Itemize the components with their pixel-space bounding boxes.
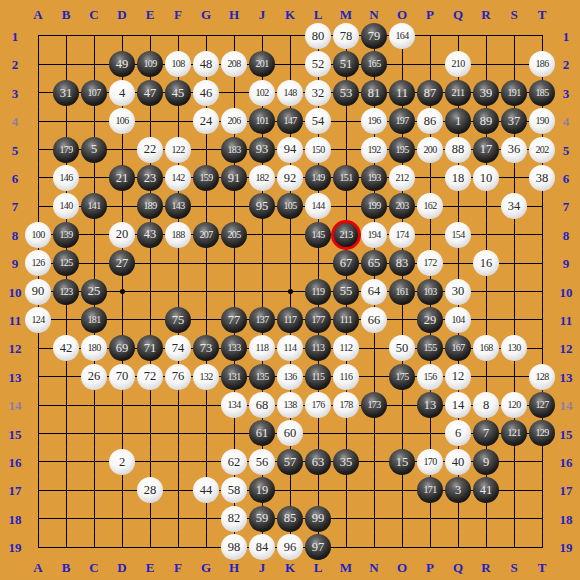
board-point[interactable]: 5 — [80, 135, 108, 163]
board-point[interactable] — [80, 476, 108, 504]
board-point[interactable]: 103 — [416, 277, 444, 305]
board-point[interactable]: 3 — [444, 476, 472, 504]
board-point[interactable] — [332, 192, 360, 220]
board-point[interactable] — [164, 448, 192, 476]
board-point[interactable]: 131 — [220, 362, 248, 390]
board-point[interactable] — [500, 221, 528, 249]
board-point[interactable]: 182 — [248, 164, 276, 192]
board-point[interactable]: 74 — [164, 334, 192, 362]
board-point[interactable] — [472, 533, 500, 561]
board-point[interactable]: 43 — [136, 221, 164, 249]
board-point[interactable]: 98 — [220, 533, 248, 561]
board-point[interactable]: 12 — [444, 362, 472, 390]
board-point[interactable] — [416, 50, 444, 78]
board-point[interactable] — [220, 79, 248, 107]
board-point[interactable] — [360, 504, 388, 532]
board-point[interactable]: 75 — [164, 306, 192, 334]
board-point[interactable] — [388, 306, 416, 334]
board-point[interactable]: 96 — [276, 533, 304, 561]
board-point[interactable]: 45 — [164, 79, 192, 107]
board-point[interactable]: 132 — [192, 362, 220, 390]
board-point[interactable]: 36 — [500, 135, 528, 163]
board-point[interactable]: 90 — [24, 277, 52, 305]
board-point[interactable] — [24, 22, 52, 50]
board-point[interactable]: 85 — [276, 504, 304, 532]
board-point[interactable]: 56 — [248, 448, 276, 476]
board-point[interactable]: 52 — [304, 50, 332, 78]
board-point[interactable] — [444, 22, 472, 50]
board-point[interactable]: 173 — [360, 391, 388, 419]
board-point[interactable]: 55 — [332, 277, 360, 305]
board-point[interactable]: 186 — [528, 50, 556, 78]
board-point[interactable] — [416, 221, 444, 249]
board-point[interactable] — [528, 192, 556, 220]
board-point[interactable] — [360, 362, 388, 390]
board-point[interactable] — [192, 533, 220, 561]
board-point[interactable]: 7 — [472, 419, 500, 447]
board-point[interactable] — [136, 419, 164, 447]
board-point[interactable] — [388, 504, 416, 532]
board-point[interactable]: 101 — [248, 107, 276, 135]
board-point[interactable] — [360, 334, 388, 362]
board-point[interactable] — [136, 448, 164, 476]
board-point[interactable] — [276, 249, 304, 277]
board-point[interactable]: 208 — [220, 50, 248, 78]
board-point[interactable]: 16 — [472, 249, 500, 277]
board-point[interactable]: 57 — [276, 448, 304, 476]
board-point[interactable] — [220, 419, 248, 447]
board-point[interactable] — [136, 504, 164, 532]
board-point[interactable] — [136, 107, 164, 135]
board-point[interactable] — [332, 504, 360, 532]
board-point[interactable]: 177 — [304, 306, 332, 334]
board-point[interactable]: 34 — [500, 192, 528, 220]
board-point[interactable] — [528, 533, 556, 561]
board-point[interactable] — [248, 221, 276, 249]
board-point[interactable]: 200 — [416, 135, 444, 163]
board-point[interactable]: 195 — [388, 135, 416, 163]
board-point[interactable]: 174 — [388, 221, 416, 249]
board-point[interactable]: 116 — [332, 362, 360, 390]
board-point[interactable]: 112 — [332, 334, 360, 362]
board-point[interactable]: 78 — [332, 22, 360, 50]
board-point[interactable]: 88 — [444, 135, 472, 163]
board-point[interactable]: 8 — [472, 391, 500, 419]
board-point[interactable] — [164, 22, 192, 50]
board-point[interactable]: 125 — [52, 249, 80, 277]
board-point[interactable] — [332, 419, 360, 447]
board-point[interactable]: 202 — [528, 135, 556, 163]
board-point[interactable]: 171 — [416, 476, 444, 504]
board-point[interactable]: 205 — [220, 221, 248, 249]
board-point[interactable] — [52, 50, 80, 78]
board-point[interactable]: 193 — [360, 164, 388, 192]
board-point[interactable]: 86 — [416, 107, 444, 135]
board-point[interactable] — [108, 504, 136, 532]
board-point[interactable] — [388, 419, 416, 447]
board-point[interactable]: 203 — [388, 192, 416, 220]
board-point[interactable]: 44 — [192, 476, 220, 504]
board-point[interactable] — [108, 306, 136, 334]
board-point[interactable] — [192, 419, 220, 447]
board-point[interactable] — [52, 391, 80, 419]
board-point[interactable] — [164, 391, 192, 419]
board-point[interactable] — [360, 476, 388, 504]
board-point[interactable] — [220, 192, 248, 220]
board-point[interactable] — [24, 50, 52, 78]
board-point[interactable]: 170 — [416, 448, 444, 476]
board-point[interactable]: 135 — [248, 362, 276, 390]
board-point[interactable]: 137 — [248, 306, 276, 334]
board-point[interactable]: 10 — [472, 164, 500, 192]
board-point[interactable] — [528, 448, 556, 476]
board-point[interactable]: 13 — [416, 391, 444, 419]
board-point[interactable]: 140 — [52, 192, 80, 220]
board-point[interactable] — [500, 362, 528, 390]
board-point[interactable] — [500, 448, 528, 476]
board-point[interactable] — [360, 419, 388, 447]
board-point[interactable] — [472, 22, 500, 50]
board-point[interactable]: 24 — [192, 107, 220, 135]
board-point[interactable]: 65 — [360, 249, 388, 277]
board-point[interactable]: 20 — [108, 221, 136, 249]
board-point[interactable]: 31 — [52, 79, 80, 107]
board-point[interactable]: 46 — [192, 79, 220, 107]
board-point[interactable]: 41 — [472, 476, 500, 504]
board-point[interactable]: 201 — [248, 50, 276, 78]
board-point[interactable]: 126 — [24, 249, 52, 277]
board-point[interactable] — [192, 306, 220, 334]
board-point[interactable]: 17 — [472, 135, 500, 163]
board-point[interactable]: 67 — [332, 249, 360, 277]
board-point[interactable] — [220, 22, 248, 50]
board-point[interactable]: 28 — [136, 476, 164, 504]
board-point[interactable] — [164, 504, 192, 532]
board-point[interactable] — [164, 249, 192, 277]
board-point[interactable]: 159 — [192, 164, 220, 192]
board-point[interactable] — [332, 135, 360, 163]
board-point[interactable]: 72 — [136, 362, 164, 390]
board-point[interactable]: 11 — [388, 79, 416, 107]
board-point[interactable]: 183 — [220, 135, 248, 163]
board-point[interactable] — [108, 22, 136, 50]
board-point[interactable] — [52, 362, 80, 390]
board-point[interactable] — [24, 334, 52, 362]
board-point[interactable]: 63 — [304, 448, 332, 476]
board-point[interactable] — [276, 277, 304, 305]
board-point[interactable]: 9 — [472, 448, 500, 476]
board-point[interactable]: 99 — [304, 504, 332, 532]
board-point[interactable]: 162 — [416, 192, 444, 220]
board-point[interactable]: 192 — [360, 135, 388, 163]
board-point[interactable] — [136, 249, 164, 277]
board-point[interactable] — [472, 192, 500, 220]
board-point[interactable]: 212 — [388, 164, 416, 192]
board-point[interactable]: 81 — [360, 79, 388, 107]
board-point[interactable] — [500, 249, 528, 277]
board-point[interactable] — [164, 277, 192, 305]
board-point[interactable] — [416, 419, 444, 447]
board-point[interactable] — [80, 50, 108, 78]
board-point[interactable] — [24, 107, 52, 135]
board-point[interactable]: 149 — [304, 164, 332, 192]
board-point[interactable] — [164, 533, 192, 561]
board-point[interactable]: 172 — [416, 249, 444, 277]
board-point[interactable]: 136 — [276, 362, 304, 390]
board-point[interactable] — [528, 334, 556, 362]
board-point[interactable]: 102 — [248, 79, 276, 107]
board-point[interactable]: 25 — [80, 277, 108, 305]
board-point[interactable]: 117 — [276, 306, 304, 334]
board-point[interactable] — [192, 504, 220, 532]
board-point[interactable] — [304, 419, 332, 447]
board-point[interactable] — [500, 476, 528, 504]
board-point[interactable]: 87 — [416, 79, 444, 107]
board-point[interactable] — [500, 277, 528, 305]
board-point[interactable]: 18 — [444, 164, 472, 192]
board-point[interactable]: 121 — [500, 419, 528, 447]
board-point[interactable]: 196 — [360, 107, 388, 135]
board-point[interactable]: 76 — [164, 362, 192, 390]
board-point[interactable] — [276, 50, 304, 78]
board-point[interactable] — [248, 277, 276, 305]
board-point[interactable]: 185 — [528, 79, 556, 107]
board-point[interactable]: 89 — [472, 107, 500, 135]
board-point[interactable]: 176 — [304, 391, 332, 419]
board-point[interactable] — [332, 533, 360, 561]
board-point[interactable]: 175 — [388, 362, 416, 390]
board-point[interactable]: 77 — [220, 306, 248, 334]
board-point[interactable] — [24, 391, 52, 419]
board-point[interactable]: 213 — [332, 221, 360, 249]
board-point[interactable]: 207 — [192, 221, 220, 249]
board-point[interactable] — [416, 504, 444, 532]
board-point[interactable] — [416, 22, 444, 50]
board-point[interactable] — [388, 533, 416, 561]
board-point[interactable]: 130 — [500, 334, 528, 362]
board-point[interactable] — [500, 50, 528, 78]
board-point[interactable]: 54 — [304, 107, 332, 135]
board-point[interactable]: 30 — [444, 277, 472, 305]
board-point[interactable] — [24, 135, 52, 163]
board-point[interactable] — [304, 249, 332, 277]
board-point[interactable]: 83 — [388, 249, 416, 277]
board-point[interactable]: 64 — [360, 277, 388, 305]
board-point[interactable] — [528, 221, 556, 249]
board-point[interactable]: 100 — [24, 221, 52, 249]
board-point[interactable] — [108, 419, 136, 447]
board-point[interactable]: 151 — [332, 164, 360, 192]
board-point[interactable] — [52, 504, 80, 532]
board-point[interactable] — [248, 22, 276, 50]
board-point[interactable]: 148 — [276, 79, 304, 107]
board-point[interactable]: 84 — [248, 533, 276, 561]
board-point[interactable]: 95 — [248, 192, 276, 220]
board-point[interactable] — [500, 22, 528, 50]
board-point[interactable] — [136, 22, 164, 50]
board-point[interactable] — [24, 448, 52, 476]
board-point[interactable]: 191 — [500, 79, 528, 107]
board-point[interactable] — [80, 419, 108, 447]
board-point[interactable]: 142 — [164, 164, 192, 192]
board-point[interactable] — [24, 533, 52, 561]
board-point[interactable]: 14 — [444, 391, 472, 419]
board-point[interactable] — [472, 221, 500, 249]
board-point[interactable] — [80, 391, 108, 419]
board-point[interactable] — [360, 448, 388, 476]
board-point[interactable] — [444, 504, 472, 532]
board-point[interactable]: 179 — [52, 135, 80, 163]
board-point[interactable]: 59 — [248, 504, 276, 532]
board-point[interactable] — [192, 391, 220, 419]
board-point[interactable]: 167 — [444, 334, 472, 362]
board-point[interactable] — [444, 192, 472, 220]
board-point[interactable] — [500, 164, 528, 192]
board-point[interactable]: 69 — [108, 334, 136, 362]
board-point[interactable] — [136, 306, 164, 334]
board-point[interactable] — [528, 306, 556, 334]
board-point[interactable]: 6 — [444, 419, 472, 447]
board-point[interactable] — [108, 277, 136, 305]
board-point[interactable]: 32 — [304, 79, 332, 107]
board-point[interactable]: 134 — [220, 391, 248, 419]
board-point[interactable]: 108 — [164, 50, 192, 78]
board-point[interactable] — [24, 476, 52, 504]
board-point[interactable] — [500, 306, 528, 334]
board-point[interactable]: 71 — [136, 334, 164, 362]
board-point[interactable]: 91 — [220, 164, 248, 192]
board-point[interactable]: 199 — [360, 192, 388, 220]
board-point[interactable]: 139 — [52, 221, 80, 249]
board-point[interactable]: 150 — [304, 135, 332, 163]
board-point[interactable] — [528, 22, 556, 50]
board-point[interactable]: 146 — [52, 164, 80, 192]
board-point[interactable] — [164, 476, 192, 504]
board-point[interactable] — [248, 249, 276, 277]
board-point[interactable]: 129 — [528, 419, 556, 447]
board-point[interactable]: 73 — [192, 334, 220, 362]
board-point[interactable] — [276, 22, 304, 50]
board-point[interactable] — [388, 50, 416, 78]
board-point[interactable] — [164, 107, 192, 135]
board-point[interactable]: 144 — [304, 192, 332, 220]
board-point[interactable]: 123 — [52, 277, 80, 305]
board-point[interactable] — [52, 476, 80, 504]
board-point[interactable]: 128 — [528, 362, 556, 390]
board-point[interactable]: 106 — [108, 107, 136, 135]
board-point[interactable]: 189 — [136, 192, 164, 220]
board-point[interactable] — [444, 533, 472, 561]
board-point[interactable] — [500, 504, 528, 532]
board-point[interactable]: 188 — [164, 221, 192, 249]
board-point[interactable] — [500, 533, 528, 561]
board-point[interactable] — [24, 419, 52, 447]
board-point[interactable] — [332, 476, 360, 504]
board-point[interactable] — [80, 249, 108, 277]
board-point[interactable] — [276, 476, 304, 504]
board-point[interactable] — [192, 135, 220, 163]
board-point[interactable] — [220, 277, 248, 305]
board-point[interactable]: 39 — [472, 79, 500, 107]
board-point[interactable]: 197 — [388, 107, 416, 135]
board-point[interactable]: 155 — [416, 334, 444, 362]
board-point[interactable]: 114 — [276, 334, 304, 362]
board-point[interactable]: 40 — [444, 448, 472, 476]
board-point[interactable] — [528, 504, 556, 532]
board-point[interactable]: 21 — [108, 164, 136, 192]
board-point[interactable]: 19 — [248, 476, 276, 504]
board-point[interactable] — [24, 164, 52, 192]
board-point[interactable]: 107 — [80, 79, 108, 107]
board-point[interactable]: 124 — [24, 306, 52, 334]
board-point[interactable]: 4 — [108, 79, 136, 107]
board-point[interactable] — [444, 249, 472, 277]
board-point[interactable]: 143 — [164, 192, 192, 220]
board-point[interactable] — [220, 249, 248, 277]
board-point[interactable]: 109 — [136, 50, 164, 78]
board-point[interactable]: 97 — [304, 533, 332, 561]
board-point[interactable]: 122 — [164, 135, 192, 163]
board-point[interactable]: 22 — [136, 135, 164, 163]
board-point[interactable] — [80, 22, 108, 50]
board-point[interactable] — [304, 476, 332, 504]
board-point[interactable]: 211 — [444, 79, 472, 107]
board-point[interactable] — [80, 504, 108, 532]
board-point[interactable] — [24, 504, 52, 532]
board-point[interactable]: 23 — [136, 164, 164, 192]
board-point[interactable]: 70 — [108, 362, 136, 390]
board-point[interactable] — [52, 306, 80, 334]
board-point[interactable]: 161 — [388, 277, 416, 305]
board-point[interactable] — [108, 391, 136, 419]
board-point[interactable]: 120 — [500, 391, 528, 419]
board-point[interactable] — [80, 448, 108, 476]
board-point[interactable]: 37 — [500, 107, 528, 135]
board-point[interactable]: 94 — [276, 135, 304, 163]
board-point[interactable] — [472, 306, 500, 334]
board-point[interactable] — [52, 107, 80, 135]
board-point[interactable] — [360, 533, 388, 561]
board-point[interactable] — [528, 476, 556, 504]
board-point[interactable] — [80, 221, 108, 249]
board-point[interactable] — [24, 362, 52, 390]
board-point[interactable] — [332, 107, 360, 135]
board-point[interactable] — [528, 249, 556, 277]
board-point[interactable] — [136, 277, 164, 305]
board-point[interactable]: 118 — [248, 334, 276, 362]
board-point[interactable]: 164 — [388, 22, 416, 50]
board-point[interactable]: 1 — [444, 107, 472, 135]
board-point[interactable]: 145 — [304, 221, 332, 249]
board-point[interactable] — [528, 277, 556, 305]
board-point[interactable]: 194 — [360, 221, 388, 249]
board-point[interactable]: 35 — [332, 448, 360, 476]
board-point[interactable]: 50 — [388, 334, 416, 362]
board-point[interactable]: 111 — [332, 306, 360, 334]
board-point[interactable]: 210 — [444, 50, 472, 78]
board-point[interactable]: 113 — [304, 334, 332, 362]
board-point[interactable]: 127 — [528, 391, 556, 419]
board-point[interactable] — [472, 504, 500, 532]
board-point[interactable] — [472, 277, 500, 305]
board-point[interactable]: 60 — [276, 419, 304, 447]
board-point[interactable] — [164, 419, 192, 447]
board-point[interactable]: 181 — [80, 306, 108, 334]
board-point[interactable] — [192, 249, 220, 277]
board-point[interactable] — [192, 22, 220, 50]
board-point[interactable]: 2 — [108, 448, 136, 476]
board-point[interactable]: 141 — [80, 192, 108, 220]
